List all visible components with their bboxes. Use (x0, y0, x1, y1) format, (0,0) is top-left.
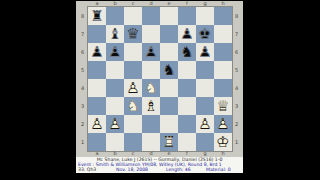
square-b6: ♟♙ (106, 43, 124, 61)
piece-black-knight: ♞♘ (178, 43, 196, 61)
square-g5 (196, 61, 214, 79)
square-f2 (178, 115, 196, 133)
square-d7 (142, 25, 160, 43)
rank-label-1: 1 (80, 133, 85, 151)
square-b4 (106, 79, 124, 97)
square-f3 (178, 97, 196, 115)
square-g7: ♚♔ (196, 25, 214, 43)
square-e2 (160, 115, 178, 133)
game-length: Length: 46 (166, 168, 206, 173)
square-e8 (160, 7, 178, 25)
square-e5: ♞♘ (160, 61, 178, 79)
rank-label-8: 8 (80, 7, 85, 25)
piece-white-pawn: ♟♙ (214, 115, 232, 133)
square-h3: ♛♕ (214, 97, 232, 115)
square-a3 (88, 97, 106, 115)
square-d1 (142, 133, 160, 151)
square-h2: ♟♙ (214, 115, 232, 133)
square-g2: ♟♙ (196, 115, 214, 133)
board-frame: abcdefgh 87654321 ♜♖♝♗♛♕♟♙♚♔♟♙♟♙♟♙♞♘♟♙♞♘… (76, 1, 243, 157)
rank-label-4: 4 (80, 79, 85, 97)
square-d5 (142, 61, 160, 79)
square-c5 (124, 61, 142, 79)
square-d2 (142, 115, 160, 133)
square-c4: ♟♙ (124, 79, 142, 97)
piece-white-pawn: ♟♙ (124, 79, 142, 97)
rank-labels-left: 87654321 (80, 7, 85, 151)
square-e4 (160, 79, 178, 97)
square-b1 (106, 133, 124, 151)
square-g1 (196, 133, 214, 151)
rank-label-4: 4 (234, 79, 239, 97)
piece-white-pawn: ♟♙ (106, 115, 124, 133)
piece-black-knight: ♞♘ (160, 61, 178, 79)
square-d8 (142, 7, 160, 25)
square-b2: ♟♙ (106, 115, 124, 133)
square-c1 (124, 133, 142, 151)
current-move: 33. Qh3 (78, 168, 116, 173)
square-c6 (124, 43, 142, 61)
piece-black-pawn: ♟♙ (142, 43, 160, 61)
square-h8 (214, 7, 232, 25)
rank-label-8: 8 (234, 7, 239, 25)
game-info-panel: Mc Shane, Luke J (2615) -- Gormally, Dan… (76, 157, 243, 173)
square-c8 (124, 7, 142, 25)
rank-label-5: 5 (234, 61, 239, 79)
piece-white-queen: ♛♕ (214, 97, 232, 115)
piece-black-rook: ♜♖ (88, 7, 106, 25)
piece-black-pawn: ♟♙ (88, 43, 106, 61)
square-g6: ♟♙ (196, 43, 214, 61)
square-e1: ♜♖ (160, 133, 178, 151)
square-b5 (106, 61, 124, 79)
piece-white-rook: ♜♖ (160, 133, 178, 151)
square-a6: ♟♙ (88, 43, 106, 61)
piece-white-knight: ♞♘ (124, 97, 142, 115)
square-g4 (196, 79, 214, 97)
square-a7 (88, 25, 106, 43)
square-a1 (88, 133, 106, 151)
rank-label-2: 2 (234, 115, 239, 133)
piece-black-pawn: ♟♙ (178, 25, 196, 43)
video-frame: abcdefgh 87654321 ♜♖♝♗♛♕♟♙♚♔♟♙♟♙♟♙♞♘♟♙♞♘… (0, 0, 320, 180)
square-f5 (178, 61, 196, 79)
square-c7: ♛♕ (124, 25, 142, 43)
square-b3 (106, 97, 124, 115)
square-h7 (214, 25, 232, 43)
rank-label-5: 5 (80, 61, 85, 79)
square-c3: ♞♘ (124, 97, 142, 115)
game-date: Nov. 18, 2008 (116, 168, 166, 173)
square-a8: ♜♖ (88, 7, 106, 25)
square-d6: ♟♙ (142, 43, 160, 61)
square-f7: ♟♙ (178, 25, 196, 43)
piece-black-queen: ♛♕ (124, 25, 142, 43)
square-f6: ♞♘ (178, 43, 196, 61)
piece-white-pawn: ♟♙ (196, 115, 214, 133)
piece-white-king: ♚♔ (214, 133, 232, 151)
square-a4 (88, 79, 106, 97)
square-h5 (214, 61, 232, 79)
square-d3: ♝♗ (142, 97, 160, 115)
rank-label-7: 7 (234, 25, 239, 43)
piece-black-bishop: ♝♗ (106, 25, 124, 43)
rank-label-3: 3 (234, 97, 239, 115)
rank-label-7: 7 (80, 25, 85, 43)
material-balance: Material: 0 (206, 168, 231, 173)
square-b7: ♝♗ (106, 25, 124, 43)
piece-white-pawn: ♟♙ (88, 115, 106, 133)
piece-black-king: ♚♔ (196, 25, 214, 43)
piece-black-pawn: ♟♙ (196, 43, 214, 61)
rank-label-6: 6 (234, 43, 239, 61)
piece-black-pawn: ♟♙ (106, 43, 124, 61)
square-g8 (196, 7, 214, 25)
rank-label-6: 6 (80, 43, 85, 61)
meta-line: 33. Qh3 Nov. 18, 2008 Length: 46 Materia… (78, 168, 241, 173)
piece-white-knight: ♞♘ (142, 79, 160, 97)
square-e6 (160, 43, 178, 61)
square-f1 (178, 133, 196, 151)
square-e3 (160, 97, 178, 115)
square-g3 (196, 97, 214, 115)
square-h1: ♚♔ (214, 133, 232, 151)
rank-label-2: 2 (80, 115, 85, 133)
square-f8 (178, 7, 196, 25)
square-a2: ♟♙ (88, 115, 106, 133)
square-d4: ♞♘ (142, 79, 160, 97)
rank-label-3: 3 (80, 97, 85, 115)
rank-label-1: 1 (234, 133, 239, 151)
square-h4 (214, 79, 232, 97)
square-f4 (178, 79, 196, 97)
square-a5 (88, 61, 106, 79)
chess-diagram-page: abcdefgh 87654321 ♜♖♝♗♛♕♟♙♚♔♟♙♟♙♟♙♞♘♟♙♞♘… (76, 1, 243, 172)
square-e7 (160, 25, 178, 43)
board: ♜♖♝♗♛♕♟♙♚♔♟♙♟♙♟♙♞♘♟♙♞♘♟♙♞♘♞♘♝♗♛♕♟♙♟♙♟♙♟♙… (87, 6, 233, 152)
rank-labels-right: 87654321 (234, 7, 239, 151)
piece-white-bishop: ♝♗ (142, 97, 160, 115)
square-h6 (214, 43, 232, 61)
square-c2 (124, 115, 142, 133)
square-b8 (106, 7, 124, 25)
